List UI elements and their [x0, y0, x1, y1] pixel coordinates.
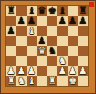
square-e4[interactable]: ♞ — [47, 46, 57, 56]
square-g6[interactable] — [68, 26, 78, 36]
piece-black-pawn-a6[interactable]: ♟ — [7, 26, 16, 36]
square-c6[interactable]: ♝ — [27, 26, 37, 36]
square-c4[interactable] — [27, 46, 37, 56]
square-d8[interactable]: ♛ — [37, 6, 47, 16]
square-b6[interactable] — [16, 26, 26, 36]
square-c5[interactable] — [27, 36, 37, 46]
square-h1[interactable] — [78, 76, 88, 86]
square-d2[interactable] — [37, 66, 47, 76]
square-f5[interactable] — [57, 36, 67, 46]
square-b1[interactable]: ♞ — [16, 76, 26, 86]
square-d3[interactable] — [37, 56, 47, 66]
square-e7[interactable] — [47, 16, 57, 26]
piece-black-pawn-f7[interactable]: ♟ — [58, 16, 67, 26]
piece-black-rook-a8[interactable]: ♜ — [7, 6, 16, 16]
square-f2[interactable]: ♟ — [57, 66, 67, 76]
piece-white-bishop-c1[interactable]: ♝ — [27, 76, 36, 86]
piece-white-knight-b1[interactable]: ♞ — [17, 76, 26, 86]
square-b7[interactable]: ♟ — [16, 16, 26, 26]
board-frame: ♜♝♛♚♝♜♟♟♟♟♟♟♝♟♛♞♞♟♟♟♟♟♟♜♞♝♜♚ — [0, 0, 96, 94]
piece-white-queen-d4[interactable]: ♛ — [37, 46, 46, 56]
square-h7[interactable]: ♟ — [78, 16, 88, 26]
square-a5[interactable] — [6, 36, 16, 46]
square-d1[interactable] — [37, 76, 47, 86]
square-g5[interactable] — [68, 36, 78, 46]
turn-indicator-dot — [89, 2, 94, 7]
square-a8[interactable]: ♜ — [6, 6, 16, 16]
square-a1[interactable]: ♜ — [6, 76, 16, 86]
square-e3[interactable] — [47, 56, 57, 66]
square-a4[interactable] — [6, 46, 16, 56]
square-d7[interactable] — [37, 16, 47, 26]
piece-white-bishop-c6[interactable]: ♝ — [27, 26, 36, 36]
square-g4[interactable] — [68, 46, 78, 56]
square-g1[interactable]: ♚ — [68, 76, 78, 86]
square-e1[interactable]: ♜ — [47, 76, 57, 86]
square-e8[interactable]: ♚ — [47, 6, 57, 16]
square-e6[interactable] — [47, 26, 57, 36]
piece-black-king-e8[interactable]: ♚ — [48, 6, 57, 16]
square-h5[interactable] — [78, 36, 88, 46]
square-h4[interactable] — [78, 46, 88, 56]
piece-black-queen-d8[interactable]: ♛ — [37, 6, 46, 16]
square-a6[interactable]: ♟ — [6, 26, 16, 36]
square-c1[interactable]: ♝ — [27, 76, 37, 86]
square-b5[interactable] — [16, 36, 26, 46]
piece-black-pawn-g7[interactable]: ♟ — [68, 16, 77, 26]
board: ♜♝♛♚♝♜♟♟♟♟♟♟♝♟♛♞♞♟♟♟♟♟♟♜♞♝♜♚ — [5, 5, 89, 87]
square-b4[interactable] — [16, 46, 26, 56]
square-g7[interactable]: ♟ — [68, 16, 78, 26]
piece-white-king-g1[interactable]: ♚ — [68, 76, 77, 86]
piece-white-rook-a1[interactable]: ♜ — [7, 76, 16, 86]
piece-white-pawn-h2[interactable]: ♟ — [78, 66, 87, 76]
square-h2[interactable]: ♟ — [78, 66, 88, 76]
square-f1[interactable] — [57, 76, 67, 86]
piece-black-pawn-b7[interactable]: ♟ — [17, 16, 26, 26]
piece-black-pawn-h7[interactable]: ♟ — [78, 16, 87, 26]
piece-black-knight-e4[interactable]: ♞ — [48, 46, 57, 56]
piece-white-rook-e1[interactable]: ♜ — [48, 76, 57, 86]
piece-white-pawn-f2[interactable]: ♟ — [58, 66, 67, 76]
square-f7[interactable]: ♟ — [57, 16, 67, 26]
square-d4[interactable]: ♛ — [37, 46, 47, 56]
square-f6[interactable] — [57, 26, 67, 36]
square-h6[interactable] — [78, 26, 88, 36]
